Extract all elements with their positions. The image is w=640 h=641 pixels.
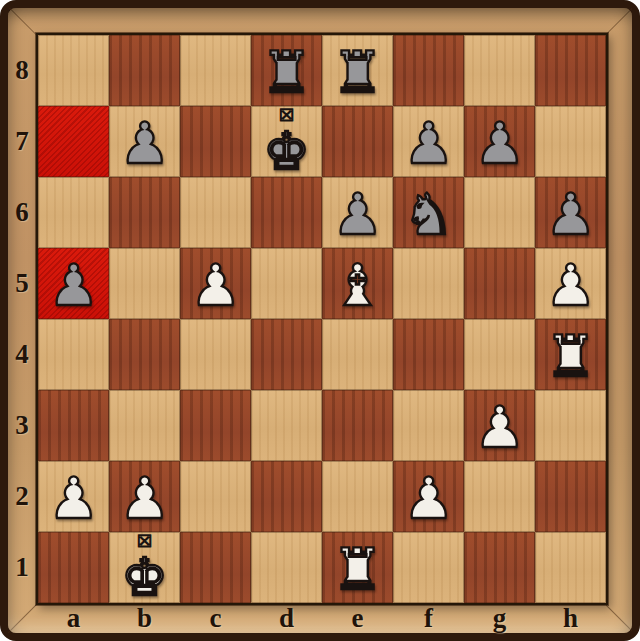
square-b2[interactable]: ♟ — [109, 461, 180, 532]
square-e6[interactable]: ♟ — [322, 177, 393, 248]
square-c8[interactable] — [180, 35, 251, 106]
square-c4[interactable] — [180, 319, 251, 390]
black-pawn[interactable]: ♟ — [545, 186, 596, 243]
square-e5[interactable]: ♝ — [322, 248, 393, 319]
frame-miter-bottom-left — [8, 603, 38, 633]
square-f5[interactable] — [393, 248, 464, 319]
file-label-d: d — [251, 605, 322, 632]
square-a6[interactable] — [38, 177, 109, 248]
black-pawn[interactable]: ♟ — [474, 115, 525, 172]
square-h7[interactable] — [535, 106, 606, 177]
frame-miter-top-right — [606, 8, 632, 35]
rank-label-6: 6 — [8, 177, 36, 248]
square-b7[interactable]: ♟ — [109, 106, 180, 177]
file-label-h: h — [535, 605, 606, 632]
white-king[interactable]: ♚ — [121, 551, 168, 603]
square-c7[interactable] — [180, 106, 251, 177]
square-g7[interactable]: ♟ — [464, 106, 535, 177]
square-c2[interactable] — [180, 461, 251, 532]
square-h4[interactable]: ♜ — [535, 319, 606, 390]
square-g8[interactable] — [464, 35, 535, 106]
white-pawn[interactable]: ♟ — [403, 470, 454, 527]
square-f6[interactable]: ♞ — [393, 177, 464, 248]
square-e7[interactable] — [322, 106, 393, 177]
square-a2[interactable]: ♟ — [38, 461, 109, 532]
square-a1[interactable] — [38, 532, 109, 603]
board-frame: 87654321 ♜♜♟☒♚♟♟♟♞♟♟♟♝♟♜♟♟♟♟☒♚♜ abcdefgh — [0, 0, 640, 641]
white-rook[interactable]: ♜ — [545, 328, 596, 385]
square-h8[interactable] — [535, 35, 606, 106]
square-d2[interactable] — [251, 461, 322, 532]
square-e8[interactable]: ♜ — [322, 35, 393, 106]
square-d6[interactable] — [251, 177, 322, 248]
square-d5[interactable] — [251, 248, 322, 319]
rank-labels: 87654321 — [8, 35, 36, 603]
square-d1[interactable] — [251, 532, 322, 603]
black-pawn[interactable]: ♟ — [119, 115, 170, 172]
chess-board: ♜♜♟☒♚♟♟♟♞♟♟♟♝♟♜♟♟♟♟☒♚♜ — [36, 33, 608, 605]
rank-label-8: 8 — [8, 35, 36, 106]
square-c6[interactable] — [180, 177, 251, 248]
square-f8[interactable] — [393, 35, 464, 106]
file-label-f: f — [393, 605, 464, 632]
white-bishop[interactable]: ♝ — [332, 257, 383, 314]
square-d7[interactable]: ☒♚ — [251, 106, 322, 177]
square-g6[interactable] — [464, 177, 535, 248]
file-label-e: e — [322, 605, 393, 632]
rank-label-5: 5 — [8, 248, 36, 319]
file-label-a: a — [38, 605, 109, 632]
square-f1[interactable] — [393, 532, 464, 603]
file-label-b: b — [109, 605, 180, 632]
square-b1[interactable]: ☒♚ — [109, 532, 180, 603]
square-f4[interactable] — [393, 319, 464, 390]
black-knight[interactable]: ♞ — [403, 186, 454, 243]
square-c3[interactable] — [180, 390, 251, 461]
chessboard-window: 87654321 ♜♜♟☒♚♟♟♟♞♟♟♟♝♟♜♟♟♟♟☒♚♜ abcdefgh — [0, 0, 640, 641]
square-h5[interactable]: ♟ — [535, 248, 606, 319]
square-h3[interactable] — [535, 390, 606, 461]
square-a4[interactable] — [38, 319, 109, 390]
white-pawn[interactable]: ♟ — [48, 470, 99, 527]
black-pawn[interactable]: ♟ — [48, 257, 99, 314]
square-c5[interactable]: ♟ — [180, 248, 251, 319]
square-e1[interactable]: ♜ — [322, 532, 393, 603]
square-g4[interactable] — [464, 319, 535, 390]
square-h1[interactable] — [535, 532, 606, 603]
square-a7[interactable] — [38, 106, 109, 177]
white-pawn[interactable]: ♟ — [474, 399, 525, 456]
rank-label-7: 7 — [8, 106, 36, 177]
rank-label-2: 2 — [8, 461, 36, 532]
square-a8[interactable] — [38, 35, 109, 106]
square-d3[interactable] — [251, 390, 322, 461]
frame-miter-top-left — [8, 8, 38, 35]
square-f7[interactable]: ♟ — [393, 106, 464, 177]
square-f2[interactable]: ♟ — [393, 461, 464, 532]
square-f3[interactable] — [393, 390, 464, 461]
black-pawn[interactable]: ♟ — [332, 186, 383, 243]
square-b5[interactable] — [109, 248, 180, 319]
file-labels: abcdefgh — [38, 605, 606, 632]
square-b3[interactable] — [109, 390, 180, 461]
square-g1[interactable] — [464, 532, 535, 603]
black-rook[interactable]: ♜ — [261, 44, 312, 101]
white-pawn[interactable]: ♟ — [190, 257, 241, 314]
square-c1[interactable] — [180, 532, 251, 603]
square-d4[interactable] — [251, 319, 322, 390]
file-label-c: c — [180, 605, 251, 632]
rank-label-1: 1 — [8, 532, 36, 603]
white-pawn[interactable]: ♟ — [545, 257, 596, 314]
white-pawn[interactable]: ♟ — [119, 470, 170, 527]
square-a5[interactable]: ♟ — [38, 248, 109, 319]
square-g2[interactable] — [464, 461, 535, 532]
white-rook[interactable]: ♜ — [332, 541, 383, 598]
square-g5[interactable] — [464, 248, 535, 319]
frame-miter-bottom-right — [606, 603, 632, 633]
square-e3[interactable] — [322, 390, 393, 461]
square-h2[interactable] — [535, 461, 606, 532]
square-b8[interactable] — [109, 35, 180, 106]
square-e4[interactable] — [322, 319, 393, 390]
square-h6[interactable]: ♟ — [535, 177, 606, 248]
square-g3[interactable]: ♟ — [464, 390, 535, 461]
black-pawn[interactable]: ♟ — [403, 115, 454, 172]
square-b6[interactable] — [109, 177, 180, 248]
rank-label-3: 3 — [8, 390, 36, 461]
file-label-g: g — [464, 605, 535, 632]
black-rook[interactable]: ♜ — [332, 44, 383, 101]
square-b4[interactable] — [109, 319, 180, 390]
rank-label-4: 4 — [8, 319, 36, 390]
square-e2[interactable] — [322, 461, 393, 532]
square-a3[interactable] — [38, 390, 109, 461]
square-d8[interactable]: ♜ — [251, 35, 322, 106]
black-king[interactable]: ♚ — [263, 125, 310, 177]
